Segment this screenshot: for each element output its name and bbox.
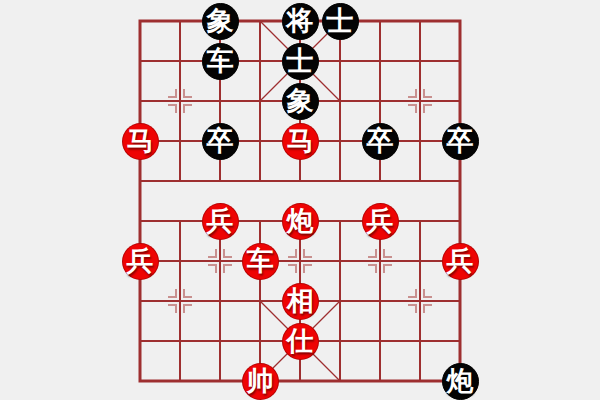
piece-black-soldier[interactable]: 卒 [362,123,399,160]
piece-red-chariot[interactable]: 车 [242,243,279,280]
piece-red-general[interactable]: 帅 [242,363,279,400]
piece-black-general[interactable]: 将 [282,3,319,40]
xiangqi-board[interactable]: 象将士车士象卒卒卒炮马马兵炮兵兵车兵相仕帅 [120,1,480,400]
piece-red-elephant[interactable]: 相 [282,283,319,320]
xiangqi-screenshot: 象将士车士象卒卒卒炮马马兵炮兵兵车兵相仕帅 [0,0,600,400]
piece-red-soldier[interactable]: 兵 [122,243,159,280]
piece-black-elephant[interactable]: 象 [202,3,239,40]
piece-red-horse[interactable]: 马 [122,123,159,160]
piece-black-advisor[interactable]: 士 [282,43,319,80]
piece-black-soldier[interactable]: 卒 [442,123,479,160]
piece-black-cannon[interactable]: 炮 [442,363,479,400]
piece-red-soldier[interactable]: 兵 [442,243,479,280]
piece-black-chariot[interactable]: 车 [202,43,239,80]
piece-black-advisor[interactable]: 士 [322,3,359,40]
piece-red-horse[interactable]: 马 [282,123,319,160]
piece-red-soldier[interactable]: 兵 [202,203,239,240]
piece-red-cannon[interactable]: 炮 [282,203,319,240]
piece-red-soldier[interactable]: 兵 [362,203,399,240]
piece-red-advisor[interactable]: 仕 [282,323,319,360]
piece-black-elephant[interactable]: 象 [282,83,319,120]
piece-black-soldier[interactable]: 卒 [202,123,239,160]
